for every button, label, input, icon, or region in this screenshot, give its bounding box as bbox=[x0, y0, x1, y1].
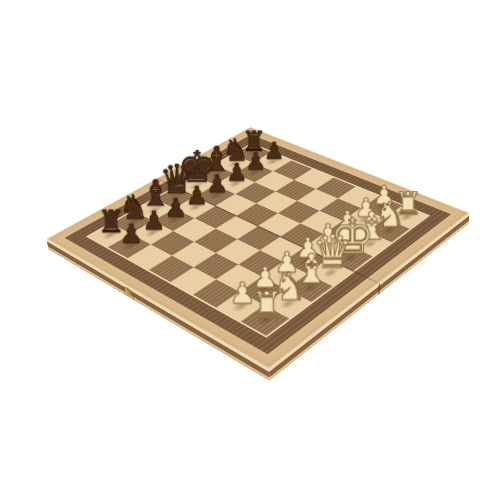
piece-shadow bbox=[161, 212, 188, 227]
piece-shadow bbox=[295, 279, 324, 298]
piece-shadow bbox=[96, 228, 124, 244]
board-scene: ♜♞♝♛♚♝♞♜♟♟♟♟♟♟♟♟♟♟♟♟♟♟♟♟♜♞♝♛♚♝♞♜ bbox=[0, 0, 500, 500]
piece-shadow bbox=[242, 166, 267, 179]
piece-shadow bbox=[357, 236, 384, 252]
piece-shadow bbox=[317, 264, 345, 282]
piece-shadow bbox=[351, 212, 377, 227]
fold-seam-edge-notch bbox=[378, 283, 380, 295]
brass-clasp bbox=[123, 285, 134, 304]
product-photo: ♜♞♝♛♚♝♞♜♟♟♟♟♟♟♟♟♟♟♟♟♟♟♟♟♜♞♝♛♚♝♞♜ bbox=[0, 0, 500, 500]
piece-shadow bbox=[394, 210, 420, 225]
piece-shadow bbox=[116, 238, 144, 254]
piece-shadow bbox=[273, 294, 303, 313]
piece-shadow bbox=[375, 222, 402, 238]
board-grid: ♜♞♝♛♚♝♞♜♟♟♟♟♟♟♟♟♟♟♟♟♟♟♟♟♜♞♝♛♚♝♞♜ bbox=[86, 143, 430, 338]
chess-board: ♜♞♝♛♚♝♞♜♟♟♟♟♟♟♟♟♟♟♟♟♟♟♟♟♜♞♝♛♚♝♞♜ bbox=[46, 127, 469, 369]
